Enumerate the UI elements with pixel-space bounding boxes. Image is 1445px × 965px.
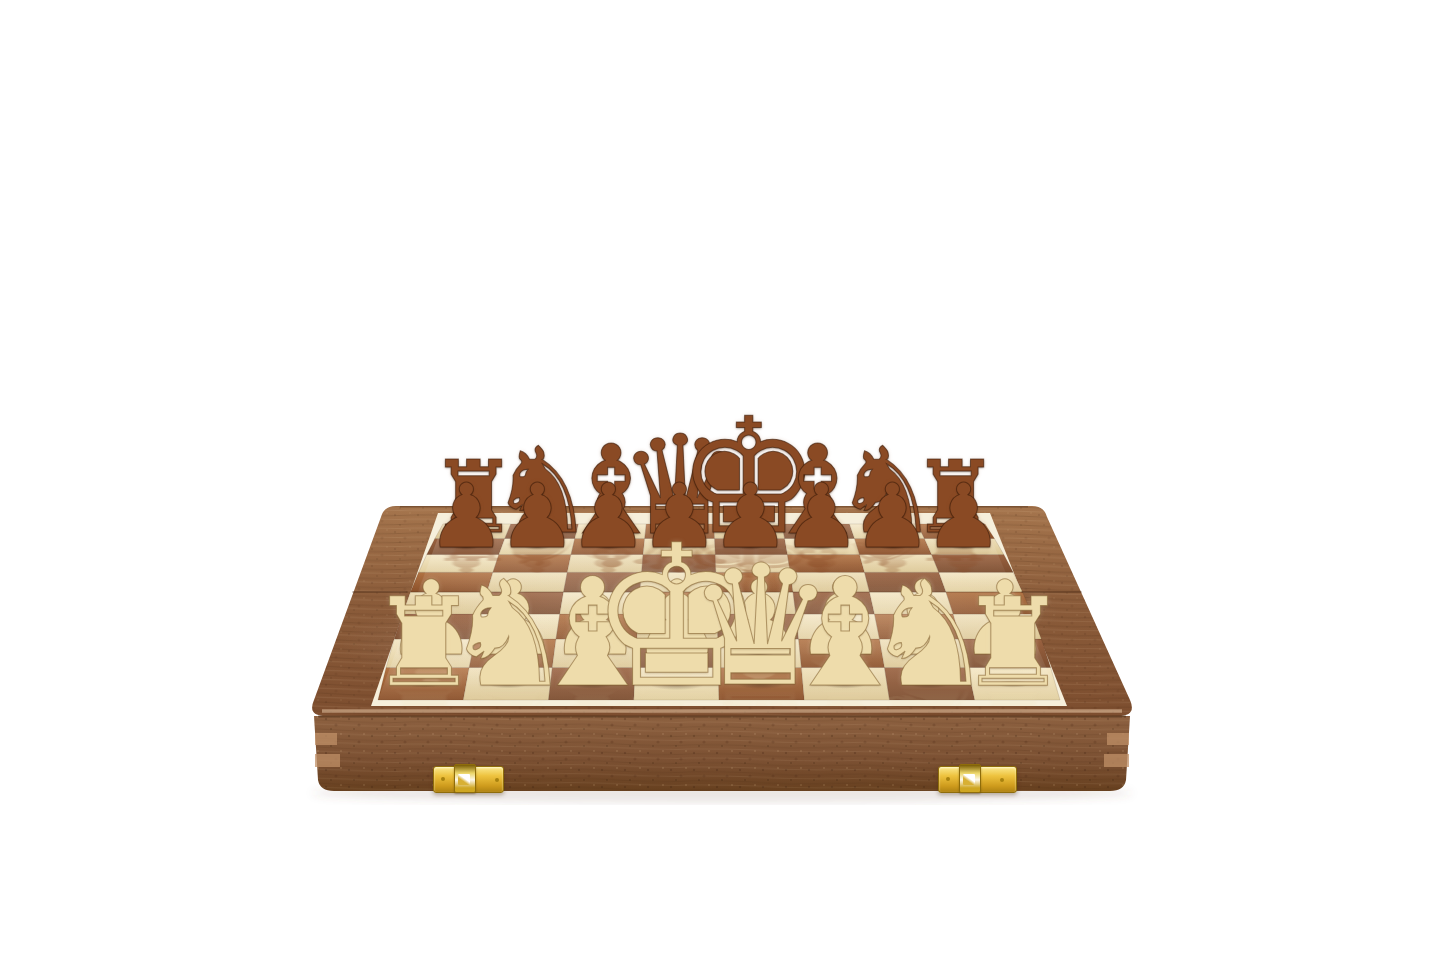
latch-clasp-icon (454, 764, 476, 793)
black-pawn-a7: ♟ (426, 472, 506, 561)
brass-latch-left (433, 766, 504, 793)
brass-latch-right (938, 766, 1017, 793)
latch-clasp-icon (959, 764, 981, 793)
chess-set-photo: ♜♞♝♛♚♝♞♜♟♟♟♟♟♟♟♟♟♟♟♟♟♟♟♟♜♞♝♚♛♝♞♜ ♜♞♝♛♚♝♞… (0, 0, 1445, 965)
white-rook-h1: ♜ (959, 582, 1068, 704)
black-pawn-h7: ♟ (924, 472, 1004, 561)
